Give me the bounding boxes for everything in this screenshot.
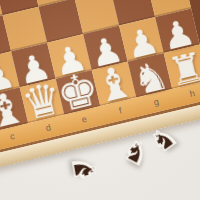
fallen-black-knight-1[interactable]: ♞ — [67, 153, 101, 185]
fallen-black-knight-3[interactable]: ♞ — [146, 121, 183, 158]
table-surface: ♟♟♟♟♟♟♝♛♚♝♞♜ abcdefgh ♞♞♞ — [0, 0, 200, 200]
